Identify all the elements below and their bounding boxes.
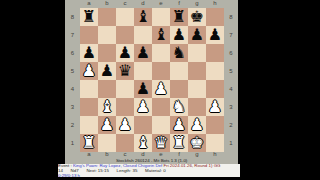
square-a5[interactable]: ♟ (80, 62, 98, 80)
square-b7[interactable] (98, 26, 116, 44)
white-pawn: ♟ (134, 98, 152, 116)
square-d6[interactable]: ♟ (134, 44, 152, 62)
square-f8[interactable]: ♜ (170, 8, 188, 26)
black-rook: ♜ (80, 8, 98, 26)
square-f4[interactable] (170, 80, 188, 98)
black-pawn: ♟ (206, 26, 224, 44)
square-b5[interactable]: ♟ (98, 62, 116, 80)
black-knight: ♞ (170, 44, 188, 62)
square-h5[interactable] (206, 62, 224, 80)
white-pawn: ♟ (116, 116, 134, 134)
black-king: ♚ (188, 8, 206, 26)
square-g1[interactable]: ♚ (188, 134, 206, 152)
chess-board: ♜♝♜♚♝♟♟♟♟♟♟♞♟♟♛♟♟♝♟♞♟♟♟♟♟♜♝♛♜♚ (80, 8, 224, 152)
square-f3[interactable]: ♞ (170, 98, 188, 116)
file-label-f: f (170, 0, 188, 7)
file-label-d: d (134, 151, 152, 158)
square-a2[interactable] (80, 116, 98, 134)
square-d5[interactable] (134, 62, 152, 80)
rank-label-7: 7 (65, 26, 80, 44)
square-a3[interactable] (80, 98, 98, 116)
caption-panel: Event : King's Pawn: Ruy Lopez, Closed C… (58, 164, 240, 177)
square-e6[interactable] (152, 44, 170, 62)
square-f5[interactable] (170, 62, 188, 80)
square-h8[interactable] (206, 8, 224, 26)
file-label-a: a (80, 151, 98, 158)
rank-label-2: 2 (224, 116, 238, 134)
board-frame: abcdefgh abcdefgh 87654321 87654321 ♜♝♜♚… (65, 0, 238, 158)
file-label-d: d (134, 0, 152, 7)
file-label-b: b (98, 151, 116, 158)
square-e4[interactable]: ♟ (152, 80, 170, 98)
square-g2[interactable]: ♟ (188, 116, 206, 134)
square-h1[interactable] (206, 134, 224, 152)
white-bishop: ♝ (98, 98, 116, 116)
file-label-c: c (116, 151, 134, 158)
square-d3[interactable]: ♟ (134, 98, 152, 116)
square-b6[interactable] (98, 44, 116, 62)
rank-label-6: 6 (224, 44, 238, 62)
square-c3[interactable] (116, 98, 134, 116)
rank-label-8: 8 (224, 8, 238, 26)
black-pawn: ♟ (134, 80, 152, 98)
square-f2[interactable]: ♟ (170, 116, 188, 134)
square-e1[interactable]: ♛ (152, 134, 170, 152)
file-label-h: h (206, 0, 224, 7)
square-h3[interactable]: ♟ (206, 98, 224, 116)
file-label-g: g (188, 0, 206, 7)
file-label-g: g (188, 151, 206, 158)
square-a7[interactable] (80, 26, 98, 44)
square-a8[interactable]: ♜ (80, 8, 98, 26)
black-bishop: ♝ (134, 8, 152, 26)
file-label-h: h (206, 151, 224, 158)
square-c5[interactable]: ♛ (116, 62, 134, 80)
square-e3[interactable] (152, 98, 170, 116)
rank-label-6: 6 (65, 44, 80, 62)
clock-info: 0:29/0:13 h (58, 173, 80, 178)
square-b1[interactable] (98, 134, 116, 152)
square-c4[interactable] (116, 80, 134, 98)
square-d2[interactable] (134, 116, 152, 134)
square-a4[interactable] (80, 80, 98, 98)
black-rook: ♜ (170, 8, 188, 26)
square-d7[interactable] (134, 26, 152, 44)
square-h6[interactable] (206, 44, 224, 62)
white-pawn: ♟ (152, 80, 170, 98)
white-rook: ♜ (80, 134, 98, 152)
next-info: Next: 15:15 (86, 168, 109, 173)
square-b4[interactable] (98, 80, 116, 98)
black-pawn: ♟ (188, 26, 206, 44)
square-g6[interactable] (188, 44, 206, 62)
square-c1[interactable] (116, 134, 134, 152)
square-a1[interactable]: ♜ (80, 134, 98, 152)
black-pawn: ♟ (98, 62, 116, 80)
square-h2[interactable] (206, 116, 224, 134)
square-c7[interactable] (116, 26, 134, 44)
white-pawn: ♟ (98, 116, 116, 134)
square-d4[interactable]: ♟ (134, 80, 152, 98)
rank-label-5: 5 (65, 62, 80, 80)
rank-label-4: 4 (224, 80, 238, 98)
square-g5[interactable] (188, 62, 206, 80)
length-info: Length: 35 (117, 168, 138, 173)
white-pawn: ♟ (188, 116, 206, 134)
square-f6[interactable]: ♞ (170, 44, 188, 62)
rank-label-4: 4 (65, 80, 80, 98)
square-d8[interactable]: ♝ (134, 8, 152, 26)
white-pawn: ♟ (80, 62, 98, 80)
rank-label-5: 5 (224, 62, 238, 80)
white-queen: ♛ (152, 134, 170, 152)
rank-label-7: 7 (224, 26, 238, 44)
square-h7[interactable]: ♟ (206, 26, 224, 44)
black-pawn: ♟ (170, 26, 188, 44)
square-e2[interactable] (152, 116, 170, 134)
app-window: abcdefgh abcdefgh 87654321 87654321 ♜♝♜♚… (0, 0, 320, 180)
rank-labels-left: 87654321 (65, 8, 80, 152)
square-g3[interactable] (188, 98, 206, 116)
file-labels-top: abcdefgh (80, 0, 224, 7)
event-tail: Fri 2024.01.26, Round 1) GG (162, 163, 220, 168)
rank-label-2: 2 (65, 116, 80, 134)
white-rook: ♜ (170, 134, 188, 152)
white-pawn: ♟ (170, 116, 188, 134)
square-c2[interactable]: ♟ (116, 116, 134, 134)
material-info: Material: 0 (145, 168, 166, 173)
black-bishop: ♝ (152, 26, 170, 44)
square-e7[interactable]: ♝ (152, 26, 170, 44)
square-a6[interactable]: ♟ (80, 44, 98, 62)
file-label-e: e (152, 0, 170, 7)
file-labels-bottom: abcdefgh (80, 151, 224, 158)
file-label-a: a (80, 0, 98, 7)
square-g8[interactable]: ♚ (188, 8, 206, 26)
square-b2[interactable]: ♟ (98, 116, 116, 134)
white-knight: ♞ (170, 98, 188, 116)
white-bishop: ♝ (134, 134, 152, 152)
rank-labels-right: 87654321 (224, 8, 238, 152)
square-c6[interactable]: ♟ (116, 44, 134, 62)
white-king: ♚ (188, 134, 206, 152)
square-c8[interactable] (116, 8, 134, 26)
rank-label-1: 1 (65, 134, 80, 152)
square-e5[interactable] (152, 62, 170, 80)
black-pawn: ♟ (116, 44, 134, 62)
square-e8[interactable] (152, 8, 170, 26)
square-b8[interactable] (98, 8, 116, 26)
black-pawn: ♟ (80, 44, 98, 62)
file-label-b: b (98, 0, 116, 7)
rank-label-3: 3 (224, 98, 238, 116)
file-label-f: f (170, 151, 188, 158)
rank-label-8: 8 (65, 8, 80, 26)
square-b3[interactable]: ♝ (98, 98, 116, 116)
square-g7[interactable]: ♟ (188, 26, 206, 44)
square-h4[interactable] (206, 80, 224, 98)
black-queen: ♛ (116, 62, 134, 80)
black-pawn: ♟ (134, 44, 152, 62)
file-label-e: e (152, 151, 170, 158)
square-f7[interactable]: ♟ (170, 26, 188, 44)
rank-label-1: 1 (224, 134, 238, 152)
square-d1[interactable]: ♝ (134, 134, 152, 152)
rank-label-3: 3 (65, 98, 80, 116)
white-pawn: ♟ (206, 98, 224, 116)
time-line: 0:29/0:13 h (58, 173, 240, 178)
square-f1[interactable]: ♜ (170, 134, 188, 152)
square-g4[interactable] (188, 80, 206, 98)
file-label-c: c (116, 0, 134, 7)
